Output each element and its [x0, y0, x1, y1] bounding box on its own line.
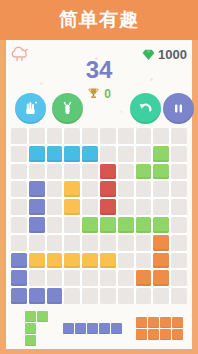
best-score-value: 0 — [104, 87, 111, 101]
board-cell — [29, 146, 45, 162]
bomb-icon — [59, 100, 76, 117]
board-cell — [11, 146, 27, 162]
board-cell — [82, 199, 98, 215]
board-cell — [153, 164, 169, 180]
board-cell — [118, 217, 134, 233]
piece-cell — [63, 323, 74, 334]
piece-cell — [37, 311, 48, 322]
board-cell — [82, 128, 98, 144]
piece-cell — [172, 329, 183, 340]
board-cell — [136, 146, 152, 162]
board-cell — [100, 164, 116, 180]
board-cell — [171, 181, 187, 197]
board-cell — [100, 199, 116, 215]
board-cell — [64, 146, 80, 162]
piece-cell — [25, 335, 36, 346]
board-cell — [29, 235, 45, 251]
board-cell — [118, 181, 134, 197]
board-cell — [100, 146, 116, 162]
board-cell — [171, 235, 187, 251]
board-cell — [64, 253, 80, 269]
board-cell — [82, 146, 98, 162]
app-title: 简单有趣 — [59, 7, 139, 33]
board-cell — [47, 181, 63, 197]
board-cell — [82, 181, 98, 197]
board-cell — [153, 270, 169, 286]
board-cell — [171, 199, 187, 215]
piece-cell — [160, 329, 171, 340]
piece-cell — [111, 323, 122, 334]
board-cell — [64, 164, 80, 180]
confetti-dot — [120, 110, 123, 113]
board-cell — [136, 164, 152, 180]
board-cell — [11, 235, 27, 251]
board-cell — [82, 217, 98, 233]
board-cell — [82, 164, 98, 180]
board-cell — [11, 288, 27, 304]
piece-cell — [136, 317, 147, 328]
tray-piece-purple-bar-1x5[interactable] — [63, 323, 122, 334]
board-grid[interactable] — [11, 128, 187, 304]
board-cell — [47, 217, 63, 233]
piece-cell — [148, 329, 159, 340]
trophy-icon — [87, 87, 100, 100]
board-cell — [153, 288, 169, 304]
board-cell — [29, 217, 45, 233]
board-cell — [100, 181, 116, 197]
board-cell — [82, 270, 98, 286]
board-cell — [171, 164, 187, 180]
board-cell — [171, 128, 187, 144]
board-cell — [29, 288, 45, 304]
board-cell — [29, 164, 45, 180]
board-cell — [171, 253, 187, 269]
board-cell — [11, 270, 27, 286]
board-cell — [100, 217, 116, 233]
board-cell — [136, 253, 152, 269]
board-cell — [11, 199, 27, 215]
board-cell — [153, 181, 169, 197]
board-cell — [136, 199, 152, 215]
score-value: 34 — [0, 57, 198, 83]
board-cell — [64, 270, 80, 286]
board-cell — [118, 199, 134, 215]
hand-icon — [22, 100, 39, 117]
board-cell — [153, 217, 169, 233]
board-cell — [118, 164, 134, 180]
piece-cell — [148, 317, 159, 328]
board-cell — [118, 288, 134, 304]
board-cell — [118, 128, 134, 144]
board-cell — [118, 235, 134, 251]
board-cell — [136, 128, 152, 144]
bomb-button[interactable] — [52, 93, 83, 124]
board-cell — [82, 288, 98, 304]
board-cell — [64, 128, 80, 144]
piece-cell — [87, 323, 98, 334]
board-cell — [47, 146, 63, 162]
board-cell — [136, 181, 152, 197]
board-cell — [29, 181, 45, 197]
pause-button[interactable] — [163, 93, 194, 124]
piece-cell — [99, 323, 110, 334]
board-cell — [171, 146, 187, 162]
piece-cell — [172, 317, 183, 328]
piece-tray — [25, 305, 183, 351]
board-cell — [153, 199, 169, 215]
board-cell — [47, 199, 63, 215]
hint-button[interactable] — [15, 93, 46, 124]
piece-cell — [25, 323, 36, 334]
board-cell — [171, 288, 187, 304]
board-cell — [118, 270, 134, 286]
board-cell — [136, 270, 152, 286]
board-cell — [171, 270, 187, 286]
board-cell — [100, 128, 116, 144]
piece-cell — [136, 329, 147, 340]
board-cell — [153, 253, 169, 269]
board-cell — [29, 199, 45, 215]
board-cell — [47, 288, 63, 304]
board-cell — [100, 270, 116, 286]
top-bar: 简单有趣 — [0, 0, 198, 40]
board-cell — [153, 146, 169, 162]
board-cell — [64, 288, 80, 304]
board-cell — [153, 235, 169, 251]
board-cell — [118, 146, 134, 162]
undo-icon — [137, 100, 154, 117]
board-cell — [82, 253, 98, 269]
board-cell — [100, 235, 116, 251]
board-cell — [11, 253, 27, 269]
board-cell — [47, 235, 63, 251]
undo-button[interactable] — [130, 93, 161, 124]
piece-cell — [75, 323, 86, 334]
board-cell — [29, 270, 45, 286]
pause-icon — [170, 100, 187, 117]
piece-cell — [25, 311, 36, 322]
board-cell — [11, 217, 27, 233]
board-cell — [136, 217, 152, 233]
board-cell — [100, 253, 116, 269]
board-cell — [47, 164, 63, 180]
board-cell — [29, 128, 45, 144]
board-cell — [47, 253, 63, 269]
board-cell — [118, 253, 134, 269]
board-cell — [153, 128, 169, 144]
board-cell — [64, 235, 80, 251]
board-cell — [136, 288, 152, 304]
board-cell — [64, 199, 80, 215]
tray-piece-green-corner[interactable] — [25, 311, 48, 346]
board-cell — [47, 128, 63, 144]
board-cell — [64, 217, 80, 233]
board-cell — [171, 217, 187, 233]
board-cell — [47, 270, 63, 286]
piece-cell — [160, 317, 171, 328]
board-cell — [64, 181, 80, 197]
board-cell — [136, 235, 152, 251]
board-cell — [11, 164, 27, 180]
board-cell — [11, 181, 27, 197]
tray-piece-orange-rect-2x4[interactable] — [136, 317, 183, 340]
board-cell — [100, 288, 116, 304]
board-cell — [11, 128, 27, 144]
board-cell — [82, 235, 98, 251]
board-cell — [29, 253, 45, 269]
